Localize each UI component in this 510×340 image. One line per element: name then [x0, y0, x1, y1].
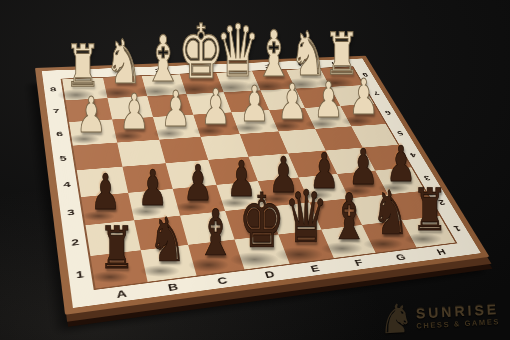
black-rook-h1[interactable]: ♜ — [412, 181, 448, 239]
white-pawn-f6[interactable]: ♟ — [277, 77, 307, 126]
chessboard-photo: AABBCCDDEEFFGGHH8877665544332211 ♜♞♝♚♛♝♞… — [0, 0, 510, 340]
white-pawn-e6[interactable]: ♟ — [239, 79, 269, 128]
white-pawn-d6[interactable]: ♟ — [201, 82, 231, 131]
black-king-d1[interactable]: ♚ — [238, 184, 285, 259]
white-pawn-g6[interactable]: ♟ — [313, 74, 343, 123]
white-pawn-c6[interactable]: ♟ — [160, 84, 190, 133]
black-bishop-c1[interactable]: ♝ — [196, 201, 235, 265]
black-bishop-f1[interactable]: ♝ — [329, 185, 368, 249]
white-pawn-a6[interactable]: ♟ — [76, 90, 106, 139]
sunrise-logo: ♞ SUNRISE CHESS & GAMES — [377, 292, 510, 339]
black-rook-a1[interactable]: ♜ — [99, 219, 135, 277]
white-pawn-b6[interactable]: ♟ — [119, 87, 149, 136]
unicorn-horse-logo-icon: ♞ — [377, 298, 415, 340]
black-knight-b1[interactable]: ♞ — [148, 210, 186, 271]
black-knight-g1[interactable]: ♞ — [371, 183, 409, 244]
black-pawn-a3[interactable]: ♟ — [90, 167, 120, 216]
black-queen-e1[interactable]: ♛ — [284, 182, 329, 255]
pieces-layer: ♜♞♝♚♛♝♞♜♟♟♟♟♟♟♟♟♟♟♟♟♟♟♟♟♜♞♝♚♛♝♞♜ — [0, 0, 510, 340]
white-pawn-h6[interactable]: ♟ — [348, 72, 378, 121]
